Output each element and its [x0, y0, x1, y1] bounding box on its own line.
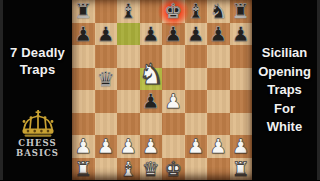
- square-b1[interactable]: [95, 158, 118, 181]
- white-pawn[interactable]: ♟: [185, 135, 208, 158]
- square-g1[interactable]: [207, 158, 230, 181]
- square-g7[interactable]: ♟: [207, 23, 230, 46]
- black-queen[interactable]: ♛: [95, 68, 118, 91]
- square-g5[interactable]: [207, 68, 230, 91]
- white-pawn[interactable]: ♟: [162, 90, 185, 113]
- square-a7[interactable]: ♟: [72, 23, 95, 46]
- square-c1[interactable]: ♝: [117, 158, 140, 181]
- black-rook[interactable]: ♜: [230, 0, 253, 23]
- square-e4[interactable]: ♟: [162, 90, 185, 113]
- square-h8[interactable]: ♜: [230, 0, 253, 23]
- square-d2[interactable]: ♟: [140, 135, 163, 158]
- right-title-line5: White: [252, 118, 317, 137]
- right-panel: Sicilian Opening Traps For White: [252, 0, 317, 180]
- square-a2[interactable]: ♟: [72, 135, 95, 158]
- logo-line2: BASICS: [16, 149, 59, 159]
- black-rook[interactable]: ♜: [72, 0, 95, 23]
- square-d3[interactable]: [140, 113, 163, 136]
- left-panel: 7 Deadly Traps: [3, 0, 72, 180]
- square-h7[interactable]: ♟: [230, 23, 253, 46]
- square-d4[interactable]: ♟: [140, 90, 163, 113]
- right-title-line2: Opening: [252, 63, 317, 82]
- square-e7[interactable]: ♟: [162, 23, 185, 46]
- square-g3[interactable]: [207, 113, 230, 136]
- square-c7[interactable]: [117, 23, 140, 46]
- square-b5[interactable]: ♛: [95, 68, 118, 91]
- right-title-line4: For: [252, 100, 317, 119]
- right-title: Sicilian Opening Traps For White: [252, 44, 317, 137]
- square-c8[interactable]: ♝: [117, 0, 140, 23]
- square-c4[interactable]: [117, 90, 140, 113]
- white-pawn[interactable]: ♟: [117, 135, 140, 158]
- black-king[interactable]: ♚: [162, 0, 185, 23]
- square-f8[interactable]: ♝: [185, 0, 208, 23]
- square-f2[interactable]: ♟: [185, 135, 208, 158]
- square-f3[interactable]: [185, 113, 208, 136]
- left-title: 7 Deadly Traps: [3, 44, 72, 78]
- square-f4[interactable]: [185, 90, 208, 113]
- square-a1[interactable]: ♜: [72, 158, 95, 181]
- square-d5[interactable]: ♞: [140, 68, 163, 91]
- white-knight[interactable]: ♞: [134, 57, 167, 90]
- square-f6[interactable]: [185, 45, 208, 68]
- black-pawn[interactable]: ♟: [72, 23, 95, 46]
- channel-logo: CHESS BASICS: [3, 110, 72, 158]
- square-e1[interactable]: ♚: [162, 158, 185, 181]
- white-rook[interactable]: ♜: [230, 158, 253, 181]
- square-e3[interactable]: [162, 113, 185, 136]
- square-c3[interactable]: [117, 113, 140, 136]
- square-b7[interactable]: ♟: [95, 23, 118, 46]
- square-b8[interactable]: [95, 0, 118, 23]
- square-e2[interactable]: [162, 135, 185, 158]
- square-e8[interactable]: ♚: [162, 0, 185, 23]
- white-rook[interactable]: ♜: [72, 158, 95, 181]
- right-title-line3: Traps: [252, 81, 317, 100]
- black-pawn[interactable]: ♟: [230, 23, 253, 46]
- black-bishop[interactable]: ♝: [185, 0, 208, 23]
- square-a5[interactable]: [72, 68, 95, 91]
- white-queen[interactable]: ♛: [140, 158, 163, 181]
- square-h6[interactable]: [230, 45, 253, 68]
- square-g2[interactable]: ♟: [207, 135, 230, 158]
- square-h5[interactable]: [230, 68, 253, 91]
- square-g4[interactable]: [207, 90, 230, 113]
- white-pawn[interactable]: ♟: [140, 135, 163, 158]
- chess-board[interactable]: ♜♝♚♝♞♜♟♟♟♟♟♟♟♛♞♟♟♟♟♟♟♟♟♟♜♝♛♚♜: [72, 0, 252, 180]
- crown-icon: [19, 110, 57, 138]
- left-title-line2: Traps: [3, 61, 72, 78]
- black-pawn[interactable]: ♟: [185, 23, 208, 46]
- left-title-line1: 7 Deadly: [3, 44, 72, 61]
- square-h3[interactable]: [230, 113, 253, 136]
- square-a3[interactable]: [72, 113, 95, 136]
- black-bishop[interactable]: ♝: [117, 0, 140, 23]
- logo-wordmark: CHESS BASICS: [16, 139, 59, 158]
- square-b6[interactable]: [95, 45, 118, 68]
- square-b2[interactable]: ♟: [95, 135, 118, 158]
- white-pawn[interactable]: ♟: [207, 135, 230, 158]
- right-title-line1: Sicilian: [252, 44, 317, 63]
- square-b4[interactable]: [95, 90, 118, 113]
- black-pawn[interactable]: ♟: [140, 90, 163, 113]
- square-d1[interactable]: ♛: [140, 158, 163, 181]
- square-f5[interactable]: [185, 68, 208, 91]
- square-h4[interactable]: [230, 90, 253, 113]
- video-thumbnail: 7 Deadly Traps: [0, 0, 320, 180]
- square-f1[interactable]: [185, 158, 208, 181]
- square-g6[interactable]: [207, 45, 230, 68]
- square-g8[interactable]: ♞: [207, 0, 230, 23]
- square-a4[interactable]: [72, 90, 95, 113]
- square-a8[interactable]: ♜: [72, 0, 95, 23]
- black-pawn[interactable]: ♟: [162, 23, 185, 46]
- white-king[interactable]: ♚: [162, 158, 185, 181]
- black-pawn[interactable]: ♟: [207, 23, 230, 46]
- square-f7[interactable]: ♟: [185, 23, 208, 46]
- square-a6[interactable]: [72, 45, 95, 68]
- square-h1[interactable]: ♜: [230, 158, 253, 181]
- white-pawn[interactable]: ♟: [230, 135, 253, 158]
- square-d7[interactable]: ♟: [140, 23, 163, 46]
- white-bishop[interactable]: ♝: [117, 158, 140, 181]
- square-b3[interactable]: [95, 113, 118, 136]
- white-pawn[interactable]: ♟: [72, 135, 95, 158]
- square-c2[interactable]: ♟: [117, 135, 140, 158]
- black-knight[interactable]: ♞: [207, 0, 230, 23]
- black-pawn[interactable]: ♟: [95, 23, 118, 46]
- black-pawn[interactable]: ♟: [140, 23, 163, 46]
- square-h2[interactable]: ♟: [230, 135, 253, 158]
- white-pawn[interactable]: ♟: [95, 135, 118, 158]
